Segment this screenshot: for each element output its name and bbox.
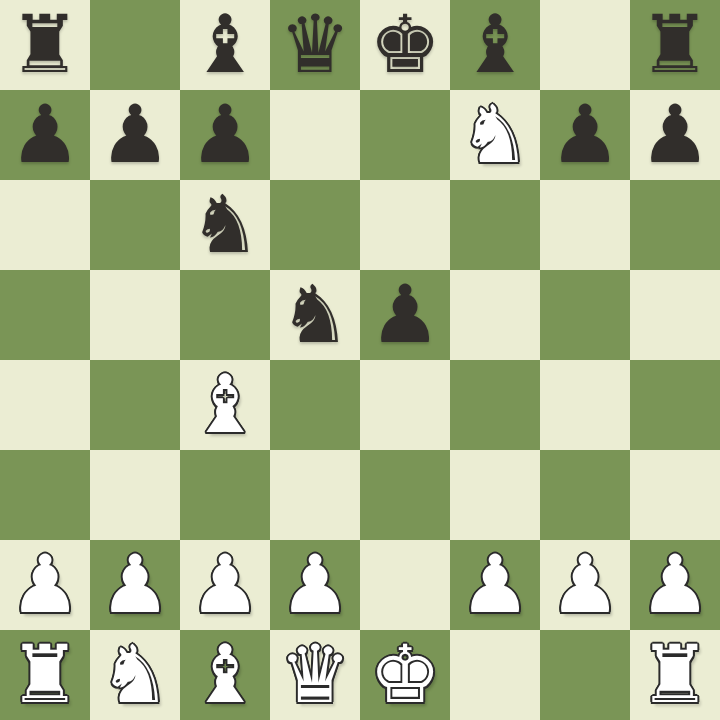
square-f6[interactable] (450, 180, 540, 270)
white-pawn-f2[interactable]: ♟︎ (459, 540, 531, 630)
square-d3[interactable] (270, 450, 360, 540)
square-d2[interactable]: ♟︎ (270, 540, 360, 630)
black-bishop-c8[interactable]: ♝︎ (189, 0, 261, 90)
square-a2[interactable]: ♟︎ (0, 540, 90, 630)
square-d6[interactable] (270, 180, 360, 270)
square-e3[interactable] (360, 450, 450, 540)
square-f1[interactable] (450, 630, 540, 720)
square-b1[interactable]: ♞︎ (90, 630, 180, 720)
square-c1[interactable]: ♝︎ (180, 630, 270, 720)
square-g8[interactable] (540, 0, 630, 90)
square-a6[interactable] (0, 180, 90, 270)
black-pawn-e5[interactable]: ♟︎ (369, 270, 441, 360)
white-pawn-c2[interactable]: ♟︎ (189, 540, 261, 630)
square-a1[interactable]: ♜︎ (0, 630, 90, 720)
black-knight-c6[interactable]: ♞︎ (189, 180, 261, 270)
square-a8[interactable]: ♜︎ (0, 0, 90, 90)
square-b7[interactable]: ♟︎ (90, 90, 180, 180)
square-c5[interactable] (180, 270, 270, 360)
black-rook-a8[interactable]: ♜︎ (9, 0, 81, 90)
square-h1[interactable]: ♜︎ (630, 630, 720, 720)
square-h6[interactable] (630, 180, 720, 270)
square-h2[interactable]: ♟︎ (630, 540, 720, 630)
square-b5[interactable] (90, 270, 180, 360)
white-knight-f7[interactable]: ♞︎ (459, 90, 531, 180)
square-d7[interactable] (270, 90, 360, 180)
square-f3[interactable] (450, 450, 540, 540)
square-d4[interactable] (270, 360, 360, 450)
black-pawn-a7[interactable]: ♟︎ (9, 90, 81, 180)
square-b8[interactable] (90, 0, 180, 90)
black-king-e8[interactable]: ♚︎ (369, 0, 441, 90)
square-b2[interactable]: ♟︎ (90, 540, 180, 630)
black-rook-h8[interactable]: ♜︎ (639, 0, 711, 90)
square-f5[interactable] (450, 270, 540, 360)
square-h7[interactable]: ♟︎ (630, 90, 720, 180)
white-pawn-g2[interactable]: ♟︎ (549, 540, 621, 630)
square-e5[interactable]: ♟︎ (360, 270, 450, 360)
white-bishop-c4[interactable]: ♝︎ (189, 360, 261, 450)
black-queen-d8[interactable]: ♛︎ (279, 0, 351, 90)
square-b4[interactable] (90, 360, 180, 450)
chess-board: ♜︎♝︎♛︎♚︎♝︎♜︎♟︎♟︎♟︎♞︎♟︎♟︎♞︎♞︎♟︎♝︎♟︎♟︎♟︎♟︎… (0, 0, 720, 720)
square-b3[interactable] (90, 450, 180, 540)
white-rook-h1[interactable]: ♜︎ (639, 630, 711, 720)
square-a4[interactable] (0, 360, 90, 450)
white-queen-d1[interactable]: ♛︎ (279, 630, 351, 720)
square-g2[interactable]: ♟︎ (540, 540, 630, 630)
square-h8[interactable]: ♜︎ (630, 0, 720, 90)
black-pawn-g7[interactable]: ♟︎ (549, 90, 621, 180)
square-g6[interactable] (540, 180, 630, 270)
square-g3[interactable] (540, 450, 630, 540)
square-d8[interactable]: ♛︎ (270, 0, 360, 90)
square-g1[interactable] (540, 630, 630, 720)
white-pawn-d2[interactable]: ♟︎ (279, 540, 351, 630)
square-h5[interactable] (630, 270, 720, 360)
square-f4[interactable] (450, 360, 540, 450)
square-h4[interactable] (630, 360, 720, 450)
white-bishop-c1[interactable]: ♝︎ (189, 630, 261, 720)
square-a3[interactable] (0, 450, 90, 540)
square-a7[interactable]: ♟︎ (0, 90, 90, 180)
square-d1[interactable]: ♛︎ (270, 630, 360, 720)
black-knight-d5[interactable]: ♞︎ (279, 270, 351, 360)
black-bishop-f8[interactable]: ♝︎ (459, 0, 531, 90)
square-e1[interactable]: ♚︎ (360, 630, 450, 720)
black-pawn-b7[interactable]: ♟︎ (99, 90, 171, 180)
white-rook-a1[interactable]: ♜︎ (9, 630, 81, 720)
square-e4[interactable] (360, 360, 450, 450)
square-g4[interactable] (540, 360, 630, 450)
square-c6[interactable]: ♞︎ (180, 180, 270, 270)
square-d5[interactable]: ♞︎ (270, 270, 360, 360)
white-pawn-h2[interactable]: ♟︎ (639, 540, 711, 630)
square-c8[interactable]: ♝︎ (180, 0, 270, 90)
square-e8[interactable]: ♚︎ (360, 0, 450, 90)
chess-board-wrapper: ♜︎♝︎♛︎♚︎♝︎♜︎♟︎♟︎♟︎♞︎♟︎♟︎♞︎♞︎♟︎♝︎♟︎♟︎♟︎♟︎… (0, 0, 720, 720)
square-e6[interactable] (360, 180, 450, 270)
square-f8[interactable]: ♝︎ (450, 0, 540, 90)
square-c7[interactable]: ♟︎ (180, 90, 270, 180)
square-b6[interactable] (90, 180, 180, 270)
white-knight-b1[interactable]: ♞︎ (99, 630, 171, 720)
square-g7[interactable]: ♟︎ (540, 90, 630, 180)
black-pawn-c7[interactable]: ♟︎ (189, 90, 261, 180)
black-pawn-h7[interactable]: ♟︎ (639, 90, 711, 180)
square-f2[interactable]: ♟︎ (450, 540, 540, 630)
white-pawn-a2[interactable]: ♟︎ (9, 540, 81, 630)
square-c2[interactable]: ♟︎ (180, 540, 270, 630)
square-e2[interactable] (360, 540, 450, 630)
square-h3[interactable] (630, 450, 720, 540)
square-a5[interactable] (0, 270, 90, 360)
square-g5[interactable] (540, 270, 630, 360)
white-pawn-b2[interactable]: ♟︎ (99, 540, 171, 630)
square-f7[interactable]: ♞︎ (450, 90, 540, 180)
square-c3[interactable] (180, 450, 270, 540)
square-c4[interactable]: ♝︎ (180, 360, 270, 450)
white-king-e1[interactable]: ♚︎ (369, 630, 441, 720)
square-e7[interactable] (360, 90, 450, 180)
